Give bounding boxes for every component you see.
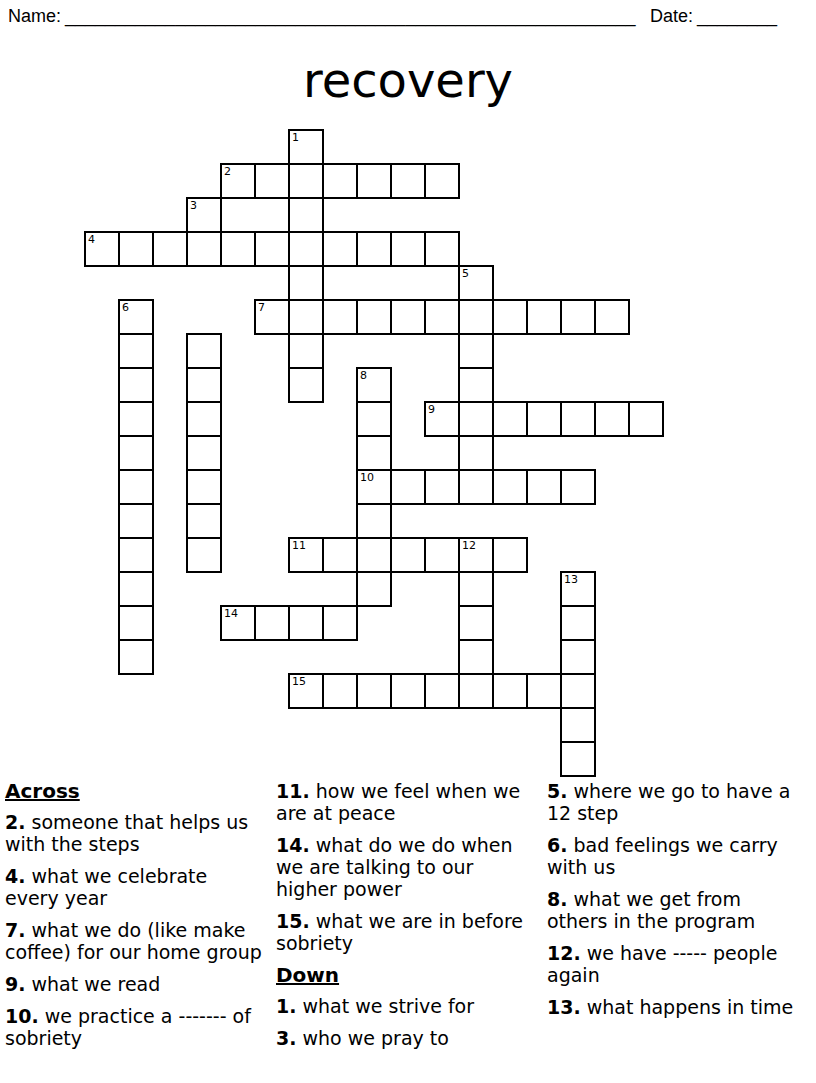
clue-column-3: 5. where we go to have a 12 step 6. bad … xyxy=(547,780,805,1028)
date-label: Date: xyxy=(650,6,693,26)
clue-number-across-10: 10. xyxy=(5,1005,39,1027)
name-label: Name: xyxy=(8,6,61,26)
clue-across-7: 7. what we do (like make coffee) for our… xyxy=(5,919,263,963)
grid-cell-r12c7[interactable] xyxy=(322,537,358,573)
grid-cell-r6c1[interactable] xyxy=(118,333,154,369)
clue-number-across-2: 2. xyxy=(5,811,25,833)
grid-cell-r13c8[interactable] xyxy=(356,571,392,607)
cell-number-8: 8 xyxy=(360,370,367,381)
grid-cell-r9c8[interactable] xyxy=(356,435,392,471)
clue-text-down-3: who we pray to xyxy=(303,1027,449,1049)
grid-cell-r10c13[interactable] xyxy=(526,469,562,505)
grid-cell-r14c11[interactable] xyxy=(458,605,494,641)
clue-text-across-7: what we do (like make coffee) for our ho… xyxy=(5,919,262,963)
grid-cell-r11c3[interactable] xyxy=(186,503,222,539)
cell-number-7: 7 xyxy=(258,302,265,313)
clue-text-across-15: what we are in before sobriety xyxy=(276,910,523,954)
grid-cell-r3c8[interactable] xyxy=(356,231,392,267)
cell-number-3: 3 xyxy=(190,200,197,211)
grid-cell-r3c7[interactable] xyxy=(322,231,358,267)
clue-column-1: Across 2. someone that helps us with the… xyxy=(5,780,263,1059)
down-header: Down xyxy=(276,964,540,986)
grid-cell-r10c12[interactable] xyxy=(492,469,528,505)
clue-text-across-2: someone that helps us with the steps xyxy=(5,811,248,855)
grid-cell-r5c11[interactable] xyxy=(458,299,494,335)
grid-cell-r7c1[interactable] xyxy=(118,367,154,403)
grid-cell-r8c16[interactable] xyxy=(628,401,664,437)
grid-cell-r10c1[interactable] xyxy=(118,469,154,505)
date-blank-line: ________ xyxy=(697,6,777,26)
clue-number-down-6: 6. xyxy=(547,834,567,856)
clue-number-across-14: 14. xyxy=(276,834,310,856)
grid-cell-r14c5[interactable] xyxy=(254,605,290,641)
grid-cell-r3c3[interactable] xyxy=(186,231,222,267)
grid-cell-r8c11[interactable] xyxy=(458,401,494,437)
clue-text-across-11: how we feel when we are at peace xyxy=(276,780,520,824)
grid-cell-r10c9[interactable] xyxy=(390,469,426,505)
grid-cell-r5c6[interactable] xyxy=(288,299,324,335)
grid-cell-r13c11[interactable] xyxy=(458,571,494,607)
grid-cell-r5c7[interactable] xyxy=(322,299,358,335)
grid-cell-r16c8[interactable] xyxy=(356,673,392,709)
grid-cell-r3c9[interactable] xyxy=(390,231,426,267)
clue-number-down-5: 5. xyxy=(547,780,567,802)
grid-cell-r16c11[interactable] xyxy=(458,673,494,709)
grid-cell-r6c11[interactable] xyxy=(458,333,494,369)
cell-number-6: 6 xyxy=(122,302,129,313)
clue-number-across-9: 9. xyxy=(5,973,25,995)
clue-text-down-8: what we get from others in the program xyxy=(547,888,755,932)
grid-cell-r1c6[interactable] xyxy=(288,163,324,199)
grid-cell-r1c8[interactable] xyxy=(356,163,392,199)
clue-down-12: 12. we have ----- people again xyxy=(547,942,805,986)
grid-cell-r18c14[interactable] xyxy=(560,741,596,777)
clue-number-across-11: 11. xyxy=(276,780,310,802)
grid-cell-r12c3[interactable] xyxy=(186,537,222,573)
cell-number-2: 2 xyxy=(224,166,231,177)
grid-cell-r3c6[interactable] xyxy=(288,231,324,267)
clue-down-13: 13. what happens in time xyxy=(547,996,805,1018)
grid-cell-r7c11[interactable] xyxy=(458,367,494,403)
clue-text-down-13: what happens in time xyxy=(587,996,793,1018)
clue-text-across-10: we practice a ------- of sobriety xyxy=(5,1005,251,1049)
grid-cell-r10c11[interactable] xyxy=(458,469,494,505)
grid-cell-r13c1[interactable] xyxy=(118,571,154,607)
grid-cell-r5c13[interactable] xyxy=(526,299,562,335)
grid-cell-r1c5[interactable] xyxy=(254,163,290,199)
crossword-worksheet: { "page": { "name_label": "Name:", "name… xyxy=(0,0,816,1083)
grid-cell-r15c11[interactable] xyxy=(458,639,494,675)
grid-cell-r9c11[interactable] xyxy=(458,435,494,471)
grid-cell-r6c6[interactable] xyxy=(288,333,324,369)
grid-cell-r8c13[interactable] xyxy=(526,401,562,437)
grid-cell-r12c9[interactable] xyxy=(390,537,426,573)
grid-cell-r7c3[interactable] xyxy=(186,367,222,403)
grid-cell-r8c8[interactable] xyxy=(356,401,392,437)
grid-cell-r12c10[interactable] xyxy=(424,537,460,573)
clue-column-2: 11. how we feel when we are at peace 14.… xyxy=(276,780,540,1059)
grid-cell-r8c3[interactable] xyxy=(186,401,222,437)
grid-cell-r1c10[interactable] xyxy=(424,163,460,199)
cell-number-13: 13 xyxy=(564,574,578,585)
grid-cell-r5c9[interactable] xyxy=(390,299,426,335)
puzzle-title: recovery xyxy=(0,52,816,108)
grid-cell-r16c13[interactable] xyxy=(526,673,562,709)
clue-down-5: 5. where we go to have a 12 step xyxy=(547,780,805,824)
cell-number-14: 14 xyxy=(224,608,238,619)
cell-number-11: 11 xyxy=(292,540,306,551)
grid-cell-r9c1[interactable] xyxy=(118,435,154,471)
grid-cell-r12c8[interactable] xyxy=(356,537,392,573)
cell-number-1: 1 xyxy=(292,132,299,143)
grid-cell-r15c14[interactable] xyxy=(560,639,596,675)
cell-number-12: 12 xyxy=(462,540,476,551)
cell-number-9: 9 xyxy=(428,404,435,415)
grid-cell-r8c1[interactable] xyxy=(118,401,154,437)
cell-number-4: 4 xyxy=(88,234,95,245)
grid-cell-r3c2[interactable] xyxy=(152,231,188,267)
clue-number-across-7: 7. xyxy=(5,919,25,941)
grid-cell-r5c8[interactable] xyxy=(356,299,392,335)
across-header: Across xyxy=(5,780,263,802)
grid-cell-r10c10[interactable] xyxy=(424,469,460,505)
grid-cell-r3c10[interactable] xyxy=(424,231,460,267)
grid-cell-r11c8[interactable] xyxy=(356,503,392,539)
grid-cell-r12c1[interactable] xyxy=(118,537,154,573)
cell-number-5: 5 xyxy=(462,268,469,279)
grid-cell-r9c3[interactable] xyxy=(186,435,222,471)
clue-across-9: 9. what we read xyxy=(5,973,263,995)
clue-across-11: 11. how we feel when we are at peace xyxy=(276,780,540,824)
clue-across-14: 14. what do we do when we are talking to… xyxy=(276,834,540,900)
grid-cell-r5c15[interactable] xyxy=(594,299,630,335)
grid-cell-r10c3[interactable] xyxy=(186,469,222,505)
clue-number-down-12: 12. xyxy=(547,942,581,964)
clue-down-8: 8. what we get from others in the progra… xyxy=(547,888,805,932)
grid-cell-r17c14[interactable] xyxy=(560,707,596,743)
clue-text-down-12: we have ----- people again xyxy=(547,942,777,986)
clue-down-3: 3. who we pray to xyxy=(276,1027,540,1049)
cell-number-10: 10 xyxy=(360,472,374,483)
grid-cell-r5c12[interactable] xyxy=(492,299,528,335)
grid-cell-r8c14[interactable] xyxy=(560,401,596,437)
clue-number-down-13: 13. xyxy=(547,996,581,1018)
grid-cell-r8c15[interactable] xyxy=(594,401,630,437)
clue-text-across-14: what do we do when we are talking to our… xyxy=(276,834,512,900)
grid-cell-r14c6[interactable] xyxy=(288,605,324,641)
grid-cell-r5c10[interactable] xyxy=(424,299,460,335)
grid-cell-r12c12[interactable] xyxy=(492,537,528,573)
clue-number-down-8: 8. xyxy=(547,888,567,910)
grid-cell-r16c7[interactable] xyxy=(322,673,358,709)
clue-number-across-4: 4. xyxy=(5,865,25,887)
grid-cell-r16c12[interactable] xyxy=(492,673,528,709)
grid-cell-r2c6[interactable] xyxy=(288,197,324,233)
clue-text-down-1: what we strive for xyxy=(303,995,475,1017)
grid-cell-r15c1[interactable] xyxy=(118,639,154,675)
grid-cell-r4c6[interactable] xyxy=(288,265,324,301)
grid-cell-r10c14[interactable] xyxy=(560,469,596,505)
grid-cell-r3c1[interactable] xyxy=(118,231,154,267)
grid-cell-r14c14[interactable] xyxy=(560,605,596,641)
grid-cell-r3c5[interactable] xyxy=(254,231,290,267)
grid-cell-r14c7[interactable] xyxy=(322,605,358,641)
grid-cell-r16c9[interactable] xyxy=(390,673,426,709)
grid-cell-r11c1[interactable] xyxy=(118,503,154,539)
clue-text-across-9: what we read xyxy=(32,973,161,995)
grid-cell-r1c7[interactable] xyxy=(322,163,358,199)
name-blank-line: ________________________________________… xyxy=(65,6,636,26)
date-field: Date:________ xyxy=(650,6,777,27)
grid-cell-r14c1[interactable] xyxy=(118,605,154,641)
clue-text-across-4: what we celebrate every year xyxy=(5,865,207,909)
grid-cell-r6c3[interactable] xyxy=(186,333,222,369)
clue-number-across-15: 15. xyxy=(276,910,310,932)
clue-number-down-1: 1. xyxy=(276,995,296,1017)
clue-text-down-5: where we go to have a 12 step xyxy=(547,780,790,824)
grid-cell-r3c4[interactable] xyxy=(220,231,256,267)
cell-number-15: 15 xyxy=(292,676,306,687)
clue-down-1: 1. what we strive for xyxy=(276,995,540,1017)
clue-text-down-6: bad feelings we carry with us xyxy=(547,834,778,878)
clue-number-down-3: 3. xyxy=(276,1027,296,1049)
grid-cell-r16c14[interactable] xyxy=(560,673,596,709)
grid-cell-r8c12[interactable] xyxy=(492,401,528,437)
clue-down-6: 6. bad feelings we carry with us xyxy=(547,834,805,878)
grid-cell-r7c6[interactable] xyxy=(288,367,324,403)
clue-across-4: 4. what we celebrate every year xyxy=(5,865,263,909)
crossword-grid: 123456789101112131415 xyxy=(85,130,663,776)
clue-across-10: 10. we practice a ------- of sobriety xyxy=(5,1005,263,1049)
grid-cell-r16c10[interactable] xyxy=(424,673,460,709)
clue-across-15: 15. what we are in before sobriety xyxy=(276,910,540,954)
name-field: Name:___________________________________… xyxy=(8,6,636,27)
grid-cell-r5c14[interactable] xyxy=(560,299,596,335)
grid-cell-r1c9[interactable] xyxy=(390,163,426,199)
clue-across-2: 2. someone that helps us with the steps xyxy=(5,811,263,855)
